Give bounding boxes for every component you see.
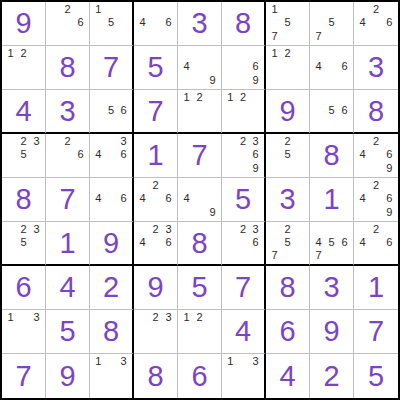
placed-digit: 4 <box>46 266 89 309</box>
candidate-4: 4 <box>312 236 325 249</box>
candidate-empty <box>92 162 105 175</box>
candidate-5: 5 <box>105 16 118 29</box>
candidate-empty <box>369 249 382 262</box>
candidate-empty <box>325 3 338 16</box>
cell-r1c1[interactable]: 9 <box>2 2 46 46</box>
candidate-empty <box>294 60 307 73</box>
candidate-6: 6 <box>162 192 175 205</box>
candidate-1: 1 <box>4 311 17 324</box>
cell-r5c7[interactable]: 3 <box>266 178 310 222</box>
placed-digit: 7 <box>222 266 264 309</box>
cell-r6c3[interactable]: 9 <box>90 222 134 266</box>
cell-r1c4[interactable]: 46 <box>134 2 178 46</box>
candidate-empty <box>193 179 206 192</box>
cell-r7c7[interactable]: 8 <box>266 266 310 310</box>
candidate-1: 1 <box>92 3 105 16</box>
pencil-marks: 23 <box>136 311 175 351</box>
cell-r8c4[interactable]: 23 <box>134 310 178 354</box>
candidate-empty <box>30 60 43 73</box>
candidate-empty <box>206 179 219 192</box>
cell-r3c6[interactable]: 12 <box>222 90 266 134</box>
pencil-marks: 2469 <box>356 179 396 219</box>
candidate-empty <box>237 236 250 249</box>
candidate-empty <box>17 311 30 324</box>
candidate-1: 1 <box>224 91 237 104</box>
candidate-empty <box>117 30 130 43</box>
candidate-6: 6 <box>162 16 175 29</box>
placed-digit: 1 <box>354 266 398 309</box>
candidate-empty <box>48 16 61 29</box>
candidate-1: 1 <box>268 3 281 16</box>
candidate-empty <box>268 135 281 148</box>
candidate-empty <box>48 162 61 175</box>
cell-r1c3[interactable]: 15 <box>90 2 134 46</box>
candidate-empty <box>237 104 250 117</box>
candidate-2: 2 <box>281 135 294 148</box>
candidate-3: 3 <box>249 135 262 148</box>
candidate-empty <box>193 117 206 130</box>
candidate-empty <box>30 338 43 351</box>
pencil-marks: 12 <box>180 91 219 130</box>
candidate-empty <box>92 179 105 192</box>
candidate-empty <box>149 338 162 351</box>
cell-r9c4[interactable]: 8 <box>134 354 178 398</box>
candidate-4: 4 <box>136 192 149 205</box>
candidate-empty <box>356 179 369 192</box>
cell-r4c5[interactable]: 7 <box>178 134 222 178</box>
candidate-empty <box>224 162 237 175</box>
candidate-empty <box>105 192 118 205</box>
candidate-9: 9 <box>249 74 262 87</box>
pencil-marks: 12 <box>4 47 43 87</box>
cell-r8c8[interactable]: 9 <box>310 310 354 354</box>
cell-r9c8[interactable]: 2 <box>310 354 354 398</box>
placed-digit: 9 <box>134 266 177 309</box>
candidate-empty <box>193 47 206 60</box>
candidate-2: 2 <box>237 135 250 148</box>
candidate-empty <box>4 162 17 175</box>
candidate-empty <box>206 60 219 73</box>
candidate-empty <box>48 148 61 161</box>
candidate-4: 4 <box>356 236 369 249</box>
candidate-4: 4 <box>356 148 369 161</box>
candidate-empty <box>149 236 162 249</box>
placed-digit: 3 <box>354 46 398 89</box>
candidate-empty <box>369 236 382 249</box>
cell-r6c4[interactable]: 2346 <box>134 222 178 266</box>
candidate-1: 1 <box>180 311 193 324</box>
candidate-empty <box>180 206 193 219</box>
placed-digit: 7 <box>178 134 221 177</box>
candidate-empty <box>224 60 237 73</box>
cell-r2c2[interactable]: 8 <box>46 46 90 90</box>
candidate-5: 5 <box>325 236 338 249</box>
cell-r4c7[interactable]: 25 <box>266 134 310 178</box>
candidate-empty <box>92 16 105 29</box>
candidate-empty <box>312 3 325 16</box>
cell-r4c1[interactable]: 235 <box>2 134 46 178</box>
cell-r2c1[interactable]: 12 <box>2 46 46 90</box>
placed-digit: 9 <box>266 90 309 132</box>
cell-r8c1[interactable]: 13 <box>2 310 46 354</box>
cell-r9c7[interactable]: 4 <box>266 354 310 398</box>
cell-r1c2[interactable]: 26 <box>46 2 90 46</box>
candidate-empty <box>136 249 149 262</box>
candidate-empty <box>30 74 43 87</box>
candidate-empty <box>4 338 17 351</box>
cell-r2c9[interactable]: 3 <box>354 46 398 90</box>
cell-r4c6[interactable]: 2369 <box>222 134 266 178</box>
candidate-6: 6 <box>162 236 175 249</box>
candidate-empty <box>281 30 294 43</box>
candidate-2: 2 <box>193 311 206 324</box>
cell-r7c9[interactable]: 1 <box>354 266 398 310</box>
cell-r5c1[interactable]: 8 <box>2 178 46 222</box>
pencil-marks: 246 <box>136 179 175 219</box>
cell-r3c2[interactable]: 3 <box>46 90 90 134</box>
candidate-empty <box>268 236 281 249</box>
cell-r5c4[interactable]: 246 <box>134 178 178 222</box>
candidate-empty <box>249 369 262 383</box>
placed-digit: 9 <box>90 222 132 264</box>
candidate-5: 5 <box>281 148 294 161</box>
pencil-marks: 13 <box>4 311 43 351</box>
candidate-empty <box>294 47 307 60</box>
pencil-marks: 246 <box>356 223 396 262</box>
candidate-2: 2 <box>369 3 382 16</box>
placed-digit: 8 <box>266 266 309 309</box>
candidate-empty <box>105 117 118 130</box>
candidate-empty <box>74 3 87 16</box>
placed-digit: 7 <box>354 310 398 353</box>
candidate-empty <box>105 30 118 43</box>
candidate-empty <box>338 16 351 29</box>
candidate-9: 9 <box>249 162 262 175</box>
placed-digit: 4 <box>2 90 45 132</box>
cell-r1c8[interactable]: 57 <box>310 2 354 46</box>
candidate-empty <box>92 369 105 383</box>
candidate-empty <box>74 30 87 43</box>
candidate-empty <box>117 3 130 16</box>
candidate-6: 6 <box>338 236 351 249</box>
candidate-empty <box>294 236 307 249</box>
candidate-empty <box>224 104 237 117</box>
placed-digit: 7 <box>90 46 132 89</box>
cell-r7c3[interactable]: 2 <box>90 266 134 310</box>
cell-r6c2[interactable]: 1 <box>46 222 90 266</box>
cell-r8c2[interactable]: 5 <box>46 310 90 354</box>
placed-digit: 5 <box>354 354 398 398</box>
candidate-empty <box>249 117 262 130</box>
cell-r7c6[interactable]: 7 <box>222 266 266 310</box>
candidate-empty <box>180 324 193 337</box>
candidate-empty <box>281 74 294 87</box>
candidate-5: 5 <box>325 16 338 29</box>
cell-r7c8[interactable]: 3 <box>310 266 354 310</box>
cell-r9c5[interactable]: 6 <box>178 354 222 398</box>
cell-r8c6[interactable]: 4 <box>222 310 266 354</box>
placed-digit: 1 <box>134 134 177 177</box>
candidate-empty <box>237 249 250 262</box>
cell-r5c5[interactable]: 49 <box>178 178 222 222</box>
candidate-6: 6 <box>249 148 262 161</box>
candidate-empty <box>338 91 351 104</box>
cell-r2c4[interactable]: 5 <box>134 46 178 90</box>
candidate-empty <box>17 60 30 73</box>
candidate-empty <box>237 162 250 175</box>
candidate-empty <box>312 16 325 29</box>
cell-r6c7[interactable]: 257 <box>266 222 310 266</box>
pencil-marks: 235 <box>4 135 43 175</box>
cell-r3c8[interactable]: 56 <box>310 90 354 134</box>
candidate-2: 2 <box>193 91 206 104</box>
cell-r3c9[interactable]: 8 <box>354 90 398 134</box>
cell-r1c6[interactable]: 8 <box>222 2 266 46</box>
candidate-empty <box>338 74 351 87</box>
candidate-empty <box>61 30 74 43</box>
candidate-5: 5 <box>17 148 30 161</box>
candidate-empty <box>224 135 237 148</box>
cell-r2c3[interactable]: 7 <box>90 46 134 90</box>
candidate-empty <box>30 162 43 175</box>
placed-digit: 7 <box>2 354 45 398</box>
cell-r9c9[interactable]: 5 <box>354 354 398 398</box>
candidate-empty <box>369 30 382 43</box>
placed-digit: 4 <box>222 310 264 353</box>
candidate-empty <box>325 60 338 73</box>
cell-r1c9[interactable]: 246 <box>354 2 398 46</box>
candidate-empty <box>17 249 30 262</box>
pencil-marks: 57 <box>312 3 351 43</box>
candidate-empty <box>136 338 149 351</box>
candidate-empty <box>268 148 281 161</box>
candidate-empty <box>105 179 118 192</box>
cell-r5c8[interactable]: 1 <box>310 178 354 222</box>
pencil-marks: 49 <box>180 179 219 219</box>
pencil-marks: 13 <box>224 355 262 396</box>
pencil-marks: 346 <box>92 135 130 175</box>
candidate-empty <box>294 148 307 161</box>
candidate-empty <box>206 91 219 104</box>
cell-r5c9[interactable]: 2469 <box>354 178 398 222</box>
candidate-empty <box>193 60 206 73</box>
candidate-empty <box>206 104 219 117</box>
candidate-7: 7 <box>268 30 281 43</box>
placed-digit: 6 <box>2 266 45 309</box>
cell-r9c3[interactable]: 13 <box>90 354 134 398</box>
pencil-marks: 12 <box>268 47 307 87</box>
candidate-empty <box>369 16 382 29</box>
candidate-empty <box>105 382 118 396</box>
candidate-6: 6 <box>249 236 262 249</box>
candidate-empty <box>48 3 61 16</box>
cell-r3c1[interactable]: 4 <box>2 90 46 134</box>
cell-r2c6[interactable]: 69 <box>222 46 266 90</box>
candidate-7: 7 <box>312 249 325 262</box>
candidate-empty <box>338 30 351 43</box>
cell-r1c7[interactable]: 157 <box>266 2 310 46</box>
candidate-9: 9 <box>206 74 219 87</box>
candidate-empty <box>48 135 61 148</box>
candidate-empty <box>136 206 149 219</box>
candidate-empty <box>206 324 219 337</box>
candidate-empty <box>383 135 396 148</box>
candidate-empty <box>180 47 193 60</box>
candidate-empty <box>338 47 351 60</box>
candidate-2: 2 <box>369 179 382 192</box>
candidate-empty <box>312 117 325 130</box>
cell-r7c1[interactable]: 6 <box>2 266 46 310</box>
pencil-marks: 12 <box>180 311 219 351</box>
cell-r4c3[interactable]: 346 <box>90 134 134 178</box>
placed-digit: 7 <box>134 90 177 132</box>
candidate-empty <box>237 382 250 396</box>
candidate-empty <box>268 16 281 29</box>
placed-digit: 2 <box>310 354 353 398</box>
pencil-marks: 46 <box>312 47 351 87</box>
placed-digit: 1 <box>46 222 89 264</box>
candidate-empty <box>356 223 369 236</box>
candidate-empty <box>4 60 17 73</box>
candidate-empty <box>237 355 250 369</box>
cell-r6c8[interactable]: 4567 <box>310 222 354 266</box>
candidate-empty <box>92 135 105 148</box>
cell-r4c4[interactable]: 1 <box>134 134 178 178</box>
cell-r4c8[interactable]: 8 <box>310 134 354 178</box>
placed-digit: 8 <box>354 90 398 132</box>
candidate-2: 2 <box>61 135 74 148</box>
candidate-empty <box>105 369 118 383</box>
cell-r2c8[interactable]: 46 <box>310 46 354 90</box>
candidate-empty <box>237 74 250 87</box>
cell-r5c2[interactable]: 7 <box>46 178 90 222</box>
candidate-empty <box>356 135 369 148</box>
candidate-empty <box>338 3 351 16</box>
cell-r6c9[interactable]: 246 <box>354 222 398 266</box>
candidate-empty <box>383 223 396 236</box>
candidate-1: 1 <box>224 355 237 369</box>
candidate-empty <box>30 148 43 161</box>
candidate-4: 4 <box>356 192 369 205</box>
cell-r5c6[interactable]: 5 <box>222 178 266 222</box>
cell-r3c3[interactable]: 56 <box>90 90 134 134</box>
cell-r4c9[interactable]: 2469 <box>354 134 398 178</box>
candidate-empty <box>162 179 175 192</box>
candidate-empty <box>281 162 294 175</box>
candidate-empty <box>281 3 294 16</box>
candidate-4: 4 <box>136 236 149 249</box>
cell-r3c5[interactable]: 12 <box>178 90 222 134</box>
candidate-empty <box>162 338 175 351</box>
cell-r2c5[interactable]: 49 <box>178 46 222 90</box>
candidate-5: 5 <box>105 104 118 117</box>
cell-r7c5[interactable]: 5 <box>178 266 222 310</box>
candidate-empty <box>162 3 175 16</box>
candidate-empty <box>224 369 237 383</box>
candidate-empty <box>369 192 382 205</box>
candidate-empty <box>180 104 193 117</box>
candidate-empty <box>193 338 206 351</box>
cell-r2c7[interactable]: 12 <box>266 46 310 90</box>
placed-digit: 3 <box>46 90 89 132</box>
cell-r1c5[interactable]: 3 <box>178 2 222 46</box>
candidate-empty <box>268 162 281 175</box>
candidate-1: 1 <box>92 355 105 369</box>
candidate-empty <box>268 60 281 73</box>
placed-digit: 9 <box>2 2 45 45</box>
cell-r9c6[interactable]: 13 <box>222 354 266 398</box>
candidate-2: 2 <box>369 135 382 148</box>
candidate-empty <box>237 60 250 73</box>
placed-digit: 8 <box>222 2 264 45</box>
cell-r5c3[interactable]: 46 <box>90 178 134 222</box>
candidate-empty <box>117 91 130 104</box>
candidate-empty <box>325 223 338 236</box>
candidate-7: 7 <box>312 30 325 43</box>
cell-r6c6[interactable]: 236 <box>222 222 266 266</box>
candidate-empty <box>136 3 149 16</box>
candidate-3: 3 <box>162 311 175 324</box>
cell-r4c2[interactable]: 26 <box>46 134 90 178</box>
candidate-empty <box>74 162 87 175</box>
cell-r9c1[interactable]: 7 <box>2 354 46 398</box>
candidate-empty <box>4 324 17 337</box>
candidate-empty <box>294 30 307 43</box>
cell-r6c5[interactable]: 8 <box>178 222 222 266</box>
candidate-empty <box>249 47 262 60</box>
candidate-2: 2 <box>281 47 294 60</box>
candidate-5: 5 <box>281 16 294 29</box>
candidate-empty <box>117 206 130 219</box>
placed-digit: 8 <box>310 134 353 177</box>
cell-r8c9[interactable]: 7 <box>354 310 398 354</box>
candidate-empty <box>237 47 250 60</box>
cell-r3c7[interactable]: 9 <box>266 90 310 134</box>
cell-r8c3[interactable]: 8 <box>90 310 134 354</box>
candidate-empty <box>149 16 162 29</box>
pencil-marks: 157 <box>268 3 307 43</box>
placed-digit: 8 <box>134 354 177 398</box>
candidate-empty <box>149 324 162 337</box>
candidate-empty <box>237 117 250 130</box>
candidate-3: 3 <box>30 311 43 324</box>
candidate-empty <box>356 206 369 219</box>
cell-r7c2[interactable]: 4 <box>46 266 90 310</box>
candidate-6: 6 <box>249 60 262 73</box>
cell-r7c4[interactable]: 9 <box>134 266 178 310</box>
candidate-empty <box>206 47 219 60</box>
candidate-empty <box>268 223 281 236</box>
candidate-empty <box>206 338 219 351</box>
candidate-empty <box>180 74 193 87</box>
candidate-empty <box>92 117 105 130</box>
cell-r8c7[interactable]: 6 <box>266 310 310 354</box>
placed-digit: 8 <box>90 310 132 353</box>
candidate-empty <box>105 91 118 104</box>
candidate-6: 6 <box>117 148 130 161</box>
cell-r6c1[interactable]: 235 <box>2 222 46 266</box>
candidate-2: 2 <box>237 91 250 104</box>
cell-r8c5[interactable]: 12 <box>178 310 222 354</box>
candidate-empty <box>312 47 325 60</box>
placed-digit: 8 <box>46 46 89 89</box>
pencil-marks: 235 <box>4 223 43 262</box>
candidate-empty <box>117 162 130 175</box>
candidate-empty <box>206 117 219 130</box>
cell-r9c2[interactable]: 9 <box>46 354 90 398</box>
pencil-marks: 257 <box>268 223 307 262</box>
cell-r3c4[interactable]: 7 <box>134 90 178 134</box>
